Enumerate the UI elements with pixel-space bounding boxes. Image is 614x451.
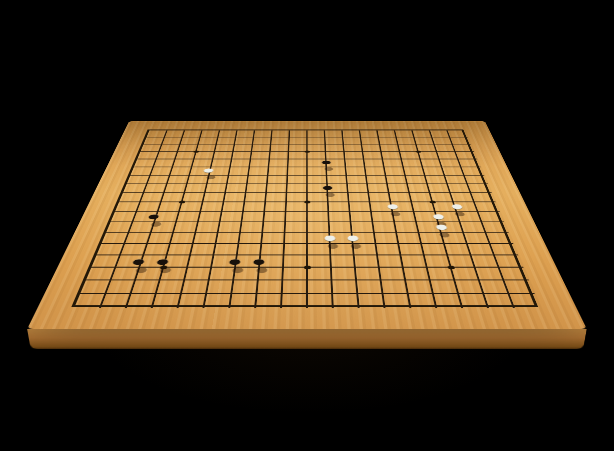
- star-point: [193, 151, 199, 153]
- grid-line-vertical: [376, 130, 411, 308]
- grid-line-vertical: [446, 130, 515, 308]
- star-point: [304, 201, 310, 204]
- grid-line-horizontal: [143, 144, 472, 145]
- black-stone-glyph: ●: [222, 255, 248, 267]
- white-stone[interactable]: ●: [318, 238, 341, 249]
- grid-line-horizontal: [100, 243, 513, 244]
- star-point: [447, 265, 455, 269]
- black-stone-glyph: ●: [317, 158, 337, 166]
- grid-line-horizontal: [85, 279, 530, 280]
- white-stone[interactable]: ●: [198, 171, 220, 179]
- white-stone-glyph: ●: [198, 166, 220, 174]
- white-stone-glyph: ●: [318, 232, 341, 243]
- grid-line-horizontal: [140, 151, 475, 152]
- grid-line-horizontal: [118, 202, 496, 203]
- grid-line-horizontal: [79, 293, 535, 294]
- grid-line-vertical: [280, 130, 290, 308]
- white-stone-glyph: ●: [445, 201, 470, 211]
- black-stone-glyph: ●: [141, 211, 166, 221]
- black-stone[interactable]: ●: [246, 261, 271, 273]
- black-stone[interactable]: ●: [149, 261, 176, 273]
- perspective-scene: ●●●●●●●●●●●●●●: [90, 0, 525, 420]
- star-point: [303, 265, 310, 269]
- star-point: [429, 201, 436, 204]
- white-stone[interactable]: ●: [381, 207, 404, 217]
- grid-line-horizontal: [126, 183, 488, 184]
- grid-line-horizontal: [129, 175, 484, 176]
- go-board[interactable]: ●●●●●●●●●●●●●●: [27, 121, 587, 329]
- grid-line-vertical: [228, 130, 255, 308]
- black-stone-glyph: ●: [149, 255, 177, 267]
- star-point: [304, 151, 309, 153]
- board-wrap: ●●●●●●●●●●●●●●: [90, 0, 525, 420]
- black-stone[interactable]: ●: [222, 261, 248, 273]
- black-stone-glyph: ●: [246, 255, 271, 267]
- grid-line-vertical: [254, 130, 273, 308]
- white-stone[interactable]: ●: [341, 238, 365, 249]
- grid-line-horizontal: [122, 192, 492, 193]
- white-stone-glyph: ●: [429, 221, 454, 232]
- grid-line-vertical: [202, 130, 237, 308]
- white-stone[interactable]: ●: [428, 227, 453, 238]
- white-stone-glyph: ●: [381, 201, 404, 211]
- white-stone-glyph: ●: [341, 232, 365, 243]
- grid-line-vertical: [341, 130, 360, 308]
- black-stone[interactable]: ●: [317, 188, 338, 197]
- grid-line-horizontal: [146, 137, 469, 138]
- star-point: [178, 201, 185, 204]
- board-front-edge: [27, 329, 587, 349]
- grid-line-vertical: [176, 130, 220, 308]
- grid-line-horizontal: [133, 167, 481, 168]
- star-point: [415, 151, 421, 153]
- grid-line-vertical: [306, 130, 308, 308]
- black-stone[interactable]: ●: [142, 217, 167, 227]
- black-stone-glyph: ●: [317, 183, 338, 192]
- scene-background: ●●●●●●●●●●●●●●: [0, 0, 614, 451]
- grid-line-vertical: [359, 130, 386, 308]
